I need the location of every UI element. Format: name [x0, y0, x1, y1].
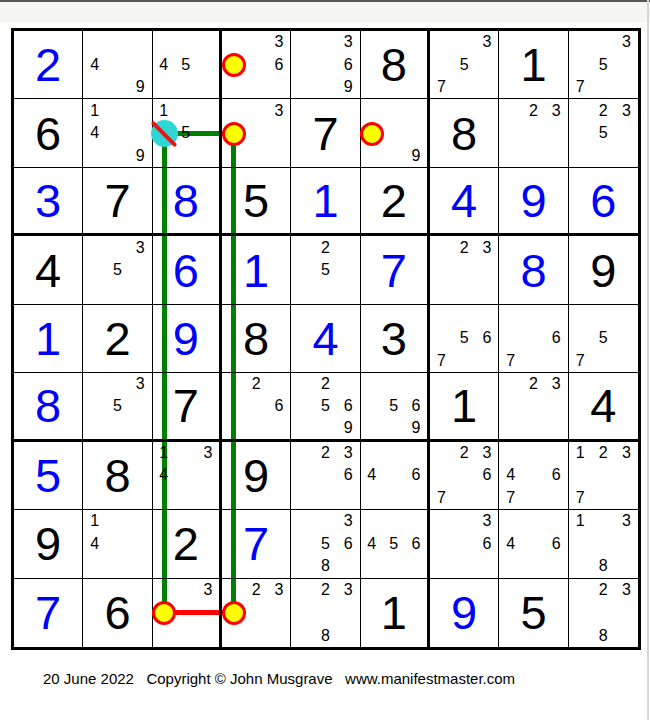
- candidate-circle: [360, 122, 384, 146]
- footer-text: 20 June 2022 Copyright © John Musgrave w…: [43, 670, 515, 687]
- sudoku-board: 2494534636983571357614914534749823235378…: [11, 28, 641, 650]
- candidate-circle: [222, 122, 246, 146]
- chain-markers: [14, 31, 638, 647]
- candidate-circle: [222, 53, 246, 77]
- right-edge-line: [647, 0, 649, 720]
- top-bar: [0, 0, 650, 22]
- candidate-circle: [222, 601, 246, 625]
- candidate-circle: [152, 601, 176, 625]
